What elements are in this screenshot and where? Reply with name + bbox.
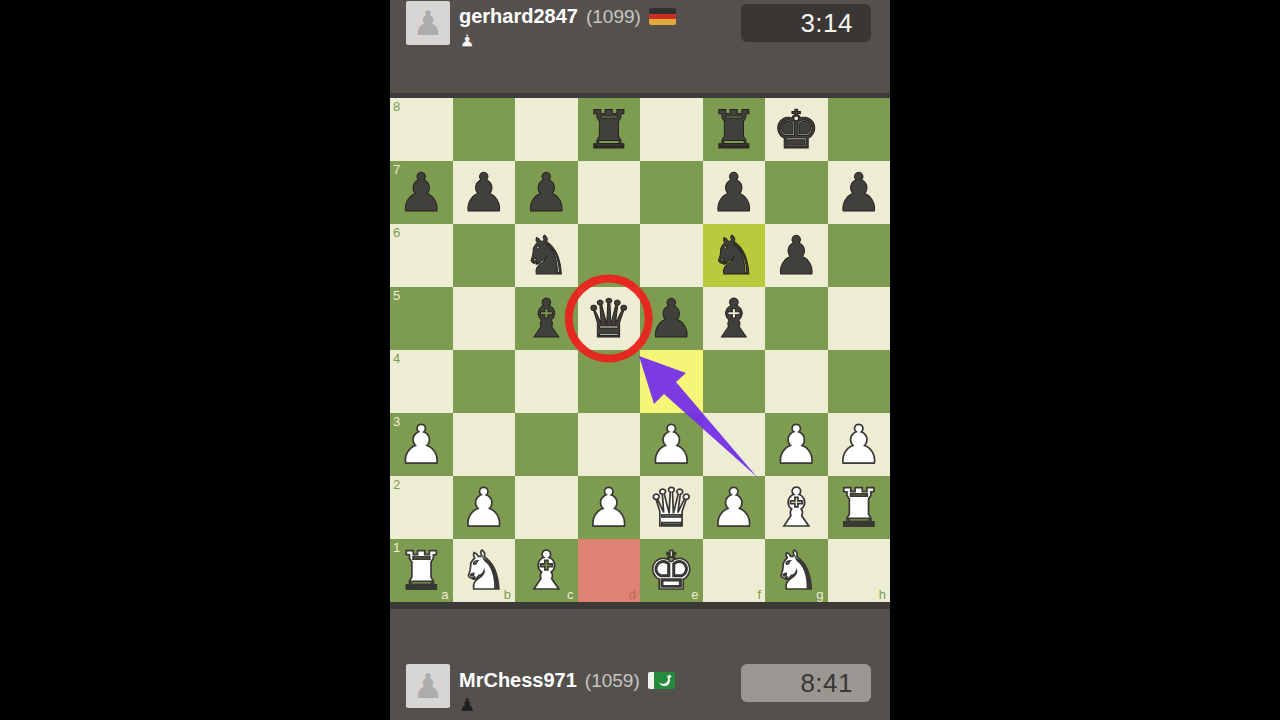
piece-white-pawn-b2: ♟	[453, 476, 516, 539]
square-b1[interactable]: b♞	[453, 539, 516, 602]
top-player-rating: (1099)	[586, 6, 641, 28]
square-d6[interactable]	[578, 224, 641, 287]
square-g2[interactable]: ♝	[765, 476, 828, 539]
piece-white-pawn-d2: ♟	[578, 476, 641, 539]
square-c7[interactable]: ♟	[515, 161, 578, 224]
square-d1[interactable]: d	[578, 539, 641, 602]
piece-black-pawn-b7: ♟	[453, 161, 516, 224]
square-b6[interactable]	[453, 224, 516, 287]
piece-white-knight-b1: ♞	[453, 539, 516, 602]
square-e6[interactable]	[640, 224, 703, 287]
piece-black-bishop-c5: ♝	[515, 287, 578, 350]
square-b7[interactable]: ♟	[453, 161, 516, 224]
bottom-player-info[interactable]: MrChess971 (1059) ♟	[459, 660, 675, 715]
square-e8[interactable]	[640, 98, 703, 161]
top-player-clock: 3:14	[741, 4, 871, 42]
letterbox: gerhard2847 (1099) ♟ 3:14 8♜♜♚7♟♟♟♟♟6♞♞♟…	[0, 0, 1280, 720]
bottom-player-captured-pieces: ♟	[459, 695, 675, 715]
square-g5[interactable]	[765, 287, 828, 350]
piece-black-king-g8: ♚	[765, 98, 828, 161]
square-a2[interactable]: 2	[390, 476, 453, 539]
square-b4[interactable]	[453, 350, 516, 413]
square-h6[interactable]	[828, 224, 891, 287]
board-bottom-edge	[390, 602, 890, 609]
square-h3[interactable]: ♟	[828, 413, 891, 476]
square-a7[interactable]: 7♟	[390, 161, 453, 224]
captured-black-pawn-icon: ♟	[459, 694, 475, 715]
piece-white-knight-g1: ♞	[765, 539, 828, 602]
square-g3[interactable]: ♟	[765, 413, 828, 476]
piece-black-rook-d8: ♜	[578, 98, 641, 161]
top-player-avatar[interactable]	[406, 1, 450, 45]
game-screen: gerhard2847 (1099) ♟ 3:14 8♜♜♚7♟♟♟♟♟6♞♞♟…	[390, 0, 890, 720]
square-d8[interactable]: ♜	[578, 98, 641, 161]
square-f2[interactable]: ♟	[703, 476, 766, 539]
square-f3[interactable]	[703, 413, 766, 476]
square-f5[interactable]: ♝	[703, 287, 766, 350]
piece-black-rook-f8: ♜	[703, 98, 766, 161]
square-c3[interactable]	[515, 413, 578, 476]
bottom-player-clock: 8:41	[741, 664, 871, 702]
square-f8[interactable]: ♜	[703, 98, 766, 161]
piece-black-pawn-g6: ♟	[765, 224, 828, 287]
bottom-player-rating: (1059)	[585, 670, 640, 692]
file-label-d: d	[629, 587, 636, 602]
top-player-name: gerhard2847	[459, 5, 578, 28]
rank-label-5: 5	[393, 288, 400, 303]
germany-flag-icon	[649, 8, 676, 25]
bottom-player-bar: MrChess971 (1059) ♟ 8:41	[390, 660, 890, 720]
rank-label-6: 6	[393, 225, 400, 240]
piece-black-pawn-c7: ♟	[515, 161, 578, 224]
square-g4[interactable]	[765, 350, 828, 413]
square-e2[interactable]: ♛	[640, 476, 703, 539]
square-f6[interactable]: ♞	[703, 224, 766, 287]
piece-black-pawn-f7: ♟	[703, 161, 766, 224]
square-h8[interactable]	[828, 98, 891, 161]
piece-white-pawn-h3: ♟	[828, 413, 891, 476]
square-f1[interactable]: f	[703, 539, 766, 602]
square-c4[interactable]	[515, 350, 578, 413]
piece-black-knight-c6: ♞	[515, 224, 578, 287]
pakistan-flag-icon	[648, 672, 675, 689]
square-a1[interactable]: 1a♜	[390, 539, 453, 602]
rank-label-8: 8	[393, 99, 400, 114]
square-a4[interactable]: 4	[390, 350, 453, 413]
square-a6[interactable]: 6	[390, 224, 453, 287]
chess-board-container: 8♜♜♚7♟♟♟♟♟6♞♞♟5♝♛♟♝43♟♟♟♟2♟♟♛♟♝♜1a♜b♞c♝d…	[390, 93, 890, 609]
square-c2[interactable]	[515, 476, 578, 539]
square-e5[interactable]: ♟	[640, 287, 703, 350]
square-d2[interactable]: ♟	[578, 476, 641, 539]
square-d5[interactable]: ♛	[578, 287, 641, 350]
square-d7[interactable]	[578, 161, 641, 224]
piece-white-bishop-g2: ♝	[765, 476, 828, 539]
file-label-f: f	[757, 587, 761, 602]
piece-white-pawn-f2: ♟	[703, 476, 766, 539]
top-player-bar: gerhard2847 (1099) ♟ 3:14	[390, 0, 890, 55]
piece-white-queen-e2: ♛	[640, 476, 703, 539]
square-c1[interactable]: c♝	[515, 539, 578, 602]
square-a8[interactable]: 8	[390, 98, 453, 161]
top-player-captured-pieces: ♟	[459, 31, 676, 51]
piece-black-pawn-a7: ♟	[390, 161, 453, 224]
file-label-h: h	[879, 587, 886, 602]
captured-white-pawn-icon: ♟	[459, 30, 475, 51]
bottom-player-name: MrChess971	[459, 669, 577, 692]
square-h2[interactable]: ♜	[828, 476, 891, 539]
square-h5[interactable]	[828, 287, 891, 350]
square-h1[interactable]: h	[828, 539, 891, 602]
square-d3[interactable]	[578, 413, 641, 476]
piece-white-bishop-c1: ♝	[515, 539, 578, 602]
piece-black-queen-d5: ♛	[578, 287, 641, 350]
piece-white-rook-a1: ♜	[390, 539, 453, 602]
square-b8[interactable]	[453, 98, 516, 161]
square-e7[interactable]	[640, 161, 703, 224]
top-player-info[interactable]: gerhard2847 (1099) ♟	[459, 0, 676, 51]
square-g6[interactable]: ♟	[765, 224, 828, 287]
square-f4[interactable]	[703, 350, 766, 413]
piece-black-bishop-f5: ♝	[703, 287, 766, 350]
piece-white-pawn-e3: ♟	[640, 413, 703, 476]
bottom-player-avatar[interactable]	[406, 664, 450, 708]
piece-white-king-e1: ♚	[640, 539, 703, 602]
piece-black-knight-f6: ♞	[703, 224, 766, 287]
piece-white-pawn-a3: ♟	[390, 413, 453, 476]
piece-black-pawn-e5: ♟	[640, 287, 703, 350]
square-b3[interactable]	[453, 413, 516, 476]
square-h7[interactable]: ♟	[828, 161, 891, 224]
square-e1[interactable]: e♚	[640, 539, 703, 602]
piece-black-pawn-h7: ♟	[828, 161, 891, 224]
square-h4[interactable]	[828, 350, 891, 413]
square-a3[interactable]: 3♟	[390, 413, 453, 476]
square-e4[interactable]	[640, 350, 703, 413]
square-c8[interactable]	[515, 98, 578, 161]
square-f7[interactable]: ♟	[703, 161, 766, 224]
square-a5[interactable]: 5	[390, 287, 453, 350]
square-g8[interactable]: ♚	[765, 98, 828, 161]
square-d4[interactable]	[578, 350, 641, 413]
rank-label-4: 4	[393, 351, 400, 366]
piece-white-pawn-g3: ♟	[765, 413, 828, 476]
square-b5[interactable]	[453, 287, 516, 350]
chess-board: 8♜♜♚7♟♟♟♟♟6♞♞♟5♝♛♟♝43♟♟♟♟2♟♟♛♟♝♜1a♜b♞c♝d…	[390, 98, 890, 602]
square-c6[interactable]: ♞	[515, 224, 578, 287]
square-c5[interactable]: ♝	[515, 287, 578, 350]
piece-white-rook-h2: ♜	[828, 476, 891, 539]
square-b2[interactable]: ♟	[453, 476, 516, 539]
square-e3[interactable]: ♟	[640, 413, 703, 476]
square-g1[interactable]: g♞	[765, 539, 828, 602]
rank-label-2: 2	[393, 477, 400, 492]
square-g7[interactable]	[765, 161, 828, 224]
